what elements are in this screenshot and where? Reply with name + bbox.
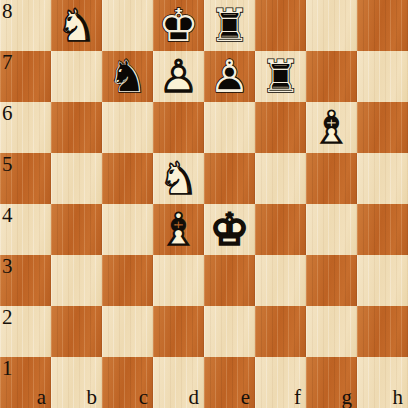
square-h5[interactable] — [357, 153, 408, 204]
square-d1[interactable]: d — [153, 357, 204, 408]
square-a4[interactable]: 4 — [0, 204, 51, 255]
square-h2[interactable] — [357, 306, 408, 357]
square-f8[interactable] — [255, 0, 306, 51]
square-e2[interactable] — [204, 306, 255, 357]
square-c1[interactable]: c — [102, 357, 153, 408]
square-f7[interactable]: ♜♖ — [255, 51, 306, 102]
rank-label-4: 4 — [2, 205, 13, 226]
chess-board: 8♞♘♚♔♜♖7♞♘♟♙♟♙♜♖6♝♗5♞♘4♝♗♚♔321abcdefgh — [0, 0, 408, 408]
square-g3[interactable] — [306, 255, 357, 306]
rank-label-8: 8 — [2, 1, 13, 22]
square-d7[interactable]: ♟♙ — [153, 51, 204, 102]
square-a2[interactable]: 2 — [0, 306, 51, 357]
square-a3[interactable]: 3 — [0, 255, 51, 306]
rank-label-6: 6 — [2, 103, 13, 124]
square-c3[interactable] — [102, 255, 153, 306]
square-b4[interactable] — [51, 204, 102, 255]
square-d2[interactable] — [153, 306, 204, 357]
square-c5[interactable] — [102, 153, 153, 204]
square-f3[interactable] — [255, 255, 306, 306]
square-g8[interactable] — [306, 0, 357, 51]
square-e7[interactable]: ♟♙ — [204, 51, 255, 102]
rank-label-3: 3 — [2, 256, 13, 277]
white-bishop-d4-icon: ♝♗ — [153, 204, 204, 255]
black-knight-c7-icon: ♞♘ — [102, 51, 153, 102]
square-g5[interactable] — [306, 153, 357, 204]
square-b1[interactable]: b — [51, 357, 102, 408]
rank-label-2: 2 — [2, 307, 13, 328]
file-label-c: c — [139, 387, 148, 408]
square-b5[interactable] — [51, 153, 102, 204]
square-c7[interactable]: ♞♘ — [102, 51, 153, 102]
square-d8[interactable]: ♚♔ — [153, 0, 204, 51]
square-b6[interactable] — [51, 102, 102, 153]
white-knight-d5-icon: ♞♘ — [153, 153, 204, 204]
square-g4[interactable] — [306, 204, 357, 255]
square-d5[interactable]: ♞♘ — [153, 153, 204, 204]
file-label-d: d — [189, 387, 200, 408]
black-pawn-e7-icon: ♟♙ — [204, 51, 255, 102]
file-label-f: f — [294, 387, 301, 408]
square-g2[interactable] — [306, 306, 357, 357]
rank-label-7: 7 — [2, 52, 13, 73]
square-e8[interactable]: ♜♖ — [204, 0, 255, 51]
square-g7[interactable] — [306, 51, 357, 102]
square-h8[interactable] — [357, 0, 408, 51]
square-c2[interactable] — [102, 306, 153, 357]
file-label-h: h — [393, 387, 404, 408]
square-c4[interactable] — [102, 204, 153, 255]
square-d4[interactable]: ♝♗ — [153, 204, 204, 255]
square-f5[interactable] — [255, 153, 306, 204]
square-e6[interactable] — [204, 102, 255, 153]
black-king-d8-icon: ♚♔ — [153, 0, 204, 51]
square-e5[interactable] — [204, 153, 255, 204]
square-d3[interactable] — [153, 255, 204, 306]
square-f1[interactable]: f — [255, 357, 306, 408]
square-h7[interactable] — [357, 51, 408, 102]
square-a6[interactable]: 6 — [0, 102, 51, 153]
square-b2[interactable] — [51, 306, 102, 357]
square-b7[interactable] — [51, 51, 102, 102]
square-g6[interactable]: ♝♗ — [306, 102, 357, 153]
square-a5[interactable]: 5 — [0, 153, 51, 204]
file-label-g: g — [342, 387, 353, 408]
square-f4[interactable] — [255, 204, 306, 255]
square-h6[interactable] — [357, 102, 408, 153]
white-pawn-d7-icon: ♟♙ — [153, 51, 204, 102]
rank-label-1: 1 — [2, 358, 13, 379]
square-a8[interactable]: 8 — [0, 0, 51, 51]
square-a1[interactable]: 1a — [0, 357, 51, 408]
square-h3[interactable] — [357, 255, 408, 306]
black-rook-e8-icon: ♜♖ — [204, 0, 255, 51]
rank-label-5: 5 — [2, 154, 13, 175]
square-h4[interactable] — [357, 204, 408, 255]
square-h1[interactable]: h — [357, 357, 408, 408]
white-bishop-g6-icon: ♝♗ — [306, 102, 357, 153]
square-c8[interactable] — [102, 0, 153, 51]
square-b8[interactable]: ♞♘ — [51, 0, 102, 51]
black-rook-f7-icon: ♜♖ — [255, 51, 306, 102]
square-c6[interactable] — [102, 102, 153, 153]
white-king-e4-icon: ♚♔ — [204, 204, 255, 255]
square-d6[interactable] — [153, 102, 204, 153]
square-f2[interactable] — [255, 306, 306, 357]
square-b3[interactable] — [51, 255, 102, 306]
square-a7[interactable]: 7 — [0, 51, 51, 102]
square-e1[interactable]: e — [204, 357, 255, 408]
square-e4[interactable]: ♚♔ — [204, 204, 255, 255]
square-f6[interactable] — [255, 102, 306, 153]
square-g1[interactable]: g — [306, 357, 357, 408]
file-label-b: b — [87, 387, 98, 408]
file-label-e: e — [241, 387, 250, 408]
file-label-a: a — [37, 387, 46, 408]
square-e3[interactable] — [204, 255, 255, 306]
white-knight-b8-icon: ♞♘ — [51, 0, 102, 51]
